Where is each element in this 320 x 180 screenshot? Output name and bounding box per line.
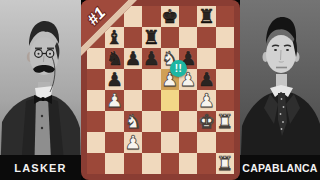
piece-black-king: ♚ xyxy=(161,7,178,26)
square-c1 xyxy=(124,153,142,174)
square-f2 xyxy=(179,132,197,153)
piece-black-rook: ♜ xyxy=(198,7,215,26)
square-g7 xyxy=(197,27,215,48)
square-e2 xyxy=(161,132,179,153)
piece-black-pawn: ♟ xyxy=(106,70,123,89)
piece-white-pawn: ♟ xyxy=(198,91,215,110)
square-d5 xyxy=(142,69,160,90)
piece-white-knight: ♞ xyxy=(124,112,141,131)
square-d3 xyxy=(142,111,160,132)
lasker-portrait: LASKER xyxy=(0,0,81,180)
piece-white-rook: ♜ xyxy=(216,154,233,173)
square-f8 xyxy=(179,6,197,27)
piece-black-pawn: ♟ xyxy=(143,49,160,68)
square-h4 xyxy=(216,90,234,111)
square-e7 xyxy=(161,27,179,48)
square-h6 xyxy=(216,48,234,69)
square-d2 xyxy=(142,132,160,153)
brilliant-move-text: !! xyxy=(175,63,183,73)
square-h1: ♜ xyxy=(216,153,234,174)
capablanca-portrait: CAPABLANCA xyxy=(240,0,320,180)
square-e8: ♚ xyxy=(161,6,179,27)
square-h8 xyxy=(216,6,234,27)
square-d1 xyxy=(142,153,160,174)
square-h2 xyxy=(216,132,234,153)
square-g3: ♚ xyxy=(197,111,215,132)
square-e4 xyxy=(161,90,179,111)
piece-black-pawn: ♟ xyxy=(198,70,215,89)
square-e3 xyxy=(161,111,179,132)
square-c4 xyxy=(124,90,142,111)
square-f4 xyxy=(179,90,197,111)
square-b2 xyxy=(105,132,123,153)
square-b5: ♟ xyxy=(105,69,123,90)
square-d4 xyxy=(142,90,160,111)
thumbnail: LASKER ♚♜♝♜♞♟♟♞♟♟♟♟♟♟♟♞♚♜♟♜ !! #1 xyxy=(0,0,320,180)
square-h7 xyxy=(216,27,234,48)
square-a1 xyxy=(87,153,105,174)
square-g8: ♜ xyxy=(197,6,215,27)
square-b3 xyxy=(105,111,123,132)
square-b1 xyxy=(105,153,123,174)
square-f7 xyxy=(179,27,197,48)
square-g1 xyxy=(197,153,215,174)
square-f1 xyxy=(179,153,197,174)
black-player-namebar: CAPABLANCA xyxy=(240,155,320,180)
piece-white-pawn: ♟ xyxy=(124,133,141,152)
black-player-name: CAPABLANCA xyxy=(242,162,317,174)
square-g4: ♟ xyxy=(197,90,215,111)
square-a4 xyxy=(87,90,105,111)
piece-white-king: ♚ xyxy=(198,112,215,131)
piece-white-pawn: ♟ xyxy=(106,91,123,110)
square-a3 xyxy=(87,111,105,132)
brilliant-move-badge: !! xyxy=(170,60,187,77)
square-g6 xyxy=(197,48,215,69)
piece-white-rook: ♜ xyxy=(216,112,233,131)
square-a5 xyxy=(87,69,105,90)
chess-board: ♚♜♝♜♞♟♟♞♟♟♟♟♟♟♟♞♚♜♟♜ !! #1 xyxy=(81,0,240,180)
piece-black-rook: ♜ xyxy=(143,28,160,47)
square-g2 xyxy=(197,132,215,153)
white-player-namebar: LASKER xyxy=(0,155,81,180)
square-h5 xyxy=(216,69,234,90)
white-player-name: LASKER xyxy=(14,162,66,174)
square-h3: ♜ xyxy=(216,111,234,132)
square-c3: ♞ xyxy=(124,111,142,132)
capablanca-photo xyxy=(240,0,320,180)
square-f3 xyxy=(179,111,197,132)
square-b4: ♟ xyxy=(105,90,123,111)
square-c2: ♟ xyxy=(124,132,142,153)
square-g5: ♟ xyxy=(197,69,215,90)
lasker-photo xyxy=(0,0,81,180)
square-c5 xyxy=(124,69,142,90)
square-a2 xyxy=(87,132,105,153)
square-e1 xyxy=(161,153,179,174)
rank-ribbon: #1 xyxy=(81,0,145,64)
